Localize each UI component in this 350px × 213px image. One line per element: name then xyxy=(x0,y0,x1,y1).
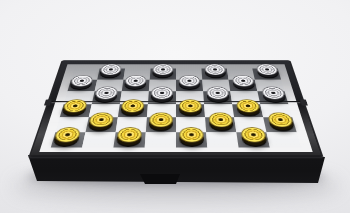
square-c7[interactable] xyxy=(122,80,150,92)
checker-silver[interactable] xyxy=(125,75,147,87)
square-e3[interactable] xyxy=(176,104,205,117)
checker-silver[interactable] xyxy=(206,87,229,99)
checker-silver[interactable] xyxy=(151,87,173,99)
square-f2[interactable] xyxy=(205,117,236,131)
checker-gold[interactable] xyxy=(121,99,145,112)
board-frame xyxy=(28,60,324,158)
square-c1[interactable] xyxy=(113,132,145,148)
checker-gold[interactable] xyxy=(88,112,114,126)
checker-gold[interactable] xyxy=(179,99,202,112)
square-e7[interactable] xyxy=(176,80,203,92)
checker-gold[interactable] xyxy=(62,99,88,112)
square-e1[interactable] xyxy=(176,132,207,148)
square-h8[interactable] xyxy=(252,69,281,80)
checker-gold[interactable] xyxy=(180,127,204,143)
checker-gold[interactable] xyxy=(240,127,267,143)
checker-silver[interactable] xyxy=(94,87,118,99)
square-b8[interactable] xyxy=(97,69,125,80)
checker-silver[interactable] xyxy=(256,64,279,75)
checkers-board xyxy=(28,60,324,158)
square-d1[interactable] xyxy=(145,132,176,148)
square-h2[interactable] xyxy=(263,117,296,131)
square-g3[interactable] xyxy=(232,104,263,117)
checker-silver[interactable] xyxy=(100,64,122,75)
square-b1[interactable] xyxy=(82,132,116,148)
photo-stage xyxy=(0,0,350,213)
square-c3[interactable] xyxy=(118,104,148,117)
square-b2[interactable] xyxy=(86,117,118,131)
square-d8[interactable] xyxy=(150,69,176,80)
square-g1[interactable] xyxy=(236,132,270,148)
square-d2[interactable] xyxy=(146,117,176,131)
checker-gold[interactable] xyxy=(149,112,172,126)
square-f1[interactable] xyxy=(206,132,238,148)
square-a7[interactable] xyxy=(67,80,97,92)
checker-silver[interactable] xyxy=(153,64,173,75)
square-g7[interactable] xyxy=(229,80,258,92)
checker-silver[interactable] xyxy=(232,75,255,87)
checker-silver[interactable] xyxy=(70,75,94,87)
square-f8[interactable] xyxy=(201,69,228,80)
checker-gold[interactable] xyxy=(53,127,81,143)
board-margin xyxy=(39,64,312,152)
checker-gold[interactable] xyxy=(209,112,234,126)
checker-gold[interactable] xyxy=(236,99,261,112)
fold-hinge-left xyxy=(44,100,52,106)
square-a3[interactable] xyxy=(60,104,92,117)
board-grid xyxy=(51,69,300,146)
square-a1[interactable] xyxy=(51,132,86,148)
checker-silver[interactable] xyxy=(205,64,226,75)
checker-gold[interactable] xyxy=(117,127,143,143)
square-h1[interactable] xyxy=(266,132,301,148)
fold-seam xyxy=(52,101,301,102)
checker-silver[interactable] xyxy=(179,75,200,87)
